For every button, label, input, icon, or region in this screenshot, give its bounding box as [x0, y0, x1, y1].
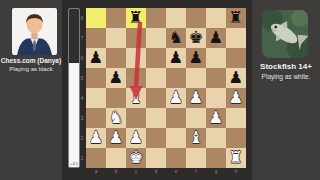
square-a1[interactable] — [86, 148, 106, 168]
square-e7[interactable]: ♞ — [166, 28, 186, 48]
file-label-h: h — [226, 169, 246, 174]
file-label-a: a — [86, 169, 106, 174]
file-label-e: e — [166, 169, 186, 174]
square-c6[interactable] — [126, 48, 146, 68]
square-a3[interactable] — [86, 108, 106, 128]
black-player-name: Chess.com (Danya) — [0, 57, 62, 64]
square-a2[interactable]: ♟ — [86, 128, 106, 148]
square-b7[interactable] — [106, 28, 126, 48]
square-c2[interactable]: ♟ — [126, 128, 146, 148]
square-b2[interactable]: ♟ — [106, 128, 126, 148]
black-pawn: ♟ — [166, 48, 186, 68]
black-pawn: ♟ — [86, 48, 106, 68]
square-e6[interactable]: ♟ — [166, 48, 186, 68]
square-h1[interactable]: ♜ — [226, 148, 246, 168]
square-a7[interactable] — [86, 28, 106, 48]
square-c7[interactable] — [126, 28, 146, 48]
square-h3[interactable] — [226, 108, 246, 128]
square-c4[interactable]: ♝ — [126, 88, 146, 108]
square-d5[interactable] — [146, 68, 166, 88]
white-pawn: ♟ — [226, 88, 246, 108]
square-h4[interactable]: ♟ — [226, 88, 246, 108]
square-g7[interactable]: ♟ — [206, 28, 226, 48]
square-c8[interactable]: ♜ — [126, 8, 146, 28]
square-g4[interactable] — [206, 88, 226, 108]
file-label-g: g — [206, 169, 226, 174]
white-pawn: ♟ — [126, 128, 146, 148]
white-king: ♚ — [126, 148, 146, 168]
man-avatar-illustration — [12, 8, 57, 55]
square-e4[interactable]: ♟ — [166, 88, 186, 108]
rank-label-1: 1 — [79, 156, 85, 161]
white-pawn: ♟ — [86, 128, 106, 148]
square-h6[interactable] — [226, 48, 246, 68]
stockfish-fish-illustration — [262, 10, 308, 58]
white-player-panel: Stockfish 14+ Playing as white. — [252, 0, 320, 180]
square-g3[interactable]: ♟ — [206, 108, 226, 128]
square-b5[interactable]: ♟ — [106, 68, 126, 88]
rank-label-5: 5 — [79, 76, 85, 81]
square-f8[interactable] — [186, 8, 206, 28]
black-pawn: ♟ — [206, 28, 226, 48]
white-pawn: ♟ — [206, 108, 226, 128]
square-f7[interactable]: ♚ — [186, 28, 206, 48]
rank-label-7: 7 — [79, 36, 85, 41]
square-f4[interactable]: ♟ — [186, 88, 206, 108]
black-pawn: ♟ — [226, 68, 246, 88]
white-player-name: Stockfish 14+ — [252, 62, 320, 71]
white-bishop: ♝ — [126, 88, 146, 108]
board: ♜♜♞♚♟♟♟♟♟♟♝♟♟♟♞♟♟♟♟♝♚♜ — [86, 8, 246, 168]
white-player-subtitle: Playing as white. — [252, 73, 320, 80]
black-pawn: ♟ — [106, 68, 126, 88]
white-pawn: ♟ — [186, 88, 206, 108]
square-a4[interactable] — [86, 88, 106, 108]
file-label-d: d — [146, 169, 166, 174]
stream-frame: Chess.com (Danya) Playing as black +4.1 … — [0, 0, 320, 180]
square-d2[interactable] — [146, 128, 166, 148]
square-f2[interactable]: ♝ — [186, 128, 206, 148]
square-b1[interactable] — [106, 148, 126, 168]
square-d8[interactable] — [146, 8, 166, 28]
square-c1[interactable]: ♚ — [126, 148, 146, 168]
white-bishop: ♝ — [186, 128, 206, 148]
square-h5[interactable]: ♟ — [226, 68, 246, 88]
black-player-panel: Chess.com (Danya) Playing as black — [0, 0, 62, 180]
square-f3[interactable] — [186, 108, 206, 128]
square-d3[interactable] — [146, 108, 166, 128]
black-rook: ♜ — [126, 8, 146, 28]
square-b3[interactable]: ♞ — [106, 108, 126, 128]
square-f5[interactable] — [186, 68, 206, 88]
black-player-avatar — [12, 8, 57, 55]
square-b8[interactable] — [106, 8, 126, 28]
square-e3[interactable] — [166, 108, 186, 128]
square-a5[interactable] — [86, 68, 106, 88]
square-f1[interactable] — [186, 148, 206, 168]
evaluation-bar-black-portion — [69, 9, 79, 63]
white-knight: ♞ — [106, 108, 126, 128]
square-g2[interactable] — [206, 128, 226, 148]
evaluation-bar: +4.1 — [68, 8, 80, 168]
square-a6[interactable]: ♟ — [86, 48, 106, 68]
white-rook: ♜ — [226, 148, 246, 168]
file-label-c: c — [126, 169, 146, 174]
square-b4[interactable] — [106, 88, 126, 108]
white-player-avatar — [262, 10, 308, 58]
square-d6[interactable] — [146, 48, 166, 68]
square-c3[interactable] — [126, 108, 146, 128]
file-label-f: f — [186, 169, 206, 174]
white-pawn: ♟ — [166, 88, 186, 108]
square-g5[interactable] — [206, 68, 226, 88]
black-knight: ♞ — [166, 28, 186, 48]
square-e1[interactable] — [166, 148, 186, 168]
square-h2[interactable] — [226, 128, 246, 148]
evaluation-score: +4.1 — [69, 162, 79, 166]
black-king: ♚ — [186, 28, 206, 48]
square-h8[interactable]: ♜ — [226, 8, 246, 28]
square-b6[interactable] — [106, 48, 126, 68]
rank-label-4: 4 — [79, 96, 85, 101]
rank-label-2: 2 — [79, 136, 85, 141]
square-c5[interactable] — [126, 68, 146, 88]
file-label-b: b — [106, 169, 126, 174]
square-e5[interactable] — [166, 68, 186, 88]
square-g6[interactable] — [206, 48, 226, 68]
square-g8[interactable] — [206, 8, 226, 28]
square-a8[interactable] — [86, 8, 106, 28]
square-e8[interactable] — [166, 8, 186, 28]
square-g1[interactable] — [206, 148, 226, 168]
black-player-subtitle: Playing as black — [0, 66, 62, 72]
black-pawn: ♟ — [186, 48, 206, 68]
white-pawn: ♟ — [106, 128, 126, 148]
square-d4[interactable] — [146, 88, 166, 108]
rank-label-8: 8 — [79, 16, 85, 21]
square-d1[interactable] — [146, 148, 166, 168]
square-h7[interactable] — [226, 28, 246, 48]
rank-label-6: 6 — [79, 56, 85, 61]
black-rook: ♜ — [226, 8, 246, 28]
square-f6[interactable]: ♟ — [186, 48, 206, 68]
square-d7[interactable] — [146, 28, 166, 48]
rank-label-3: 3 — [79, 116, 85, 121]
square-e2[interactable] — [166, 128, 186, 148]
